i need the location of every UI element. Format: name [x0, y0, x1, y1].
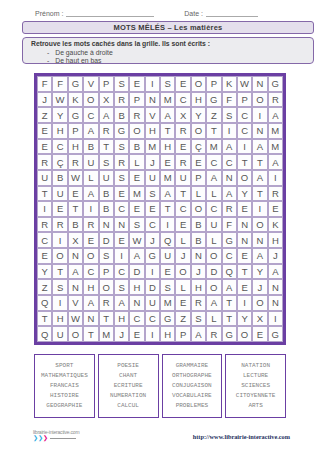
grid-cell: N: [237, 217, 252, 233]
grid-cell: O: [191, 201, 206, 217]
grid-cell: A: [222, 139, 237, 155]
word-list-box: NATATIONLECTURESCIENCESCITOYENNETEARTS: [225, 354, 286, 418]
grid-cell: N: [268, 279, 283, 295]
grid-cell: U: [160, 248, 175, 264]
grid-cell: B: [83, 139, 98, 155]
grid-cell: J: [37, 92, 52, 108]
grid-cell: I: [252, 107, 267, 123]
grid-cell: R: [222, 201, 237, 217]
grid-cell: O: [191, 76, 206, 92]
grid-cell: R: [83, 217, 98, 233]
grid-cell: R: [37, 154, 52, 170]
grid-cell: Y: [52, 107, 67, 123]
grid-cell: E: [37, 123, 52, 139]
grid-cell: C: [206, 154, 221, 170]
grid-cell: H: [160, 139, 175, 155]
grid-cell: C: [222, 248, 237, 264]
grid-cell: R: [68, 154, 83, 170]
grid-cell: Z: [37, 107, 52, 123]
grid-cell: Y: [252, 264, 267, 280]
grid-cell: U: [83, 154, 98, 170]
grid-cell: N: [83, 311, 98, 327]
grid-cell: E: [160, 264, 175, 280]
word-list-box: POESIECHANTECRITURENUMERATIONCALCUL: [98, 354, 159, 418]
grid-cell: P: [237, 92, 252, 108]
grid-cell: N: [145, 92, 160, 108]
grid-cell: H: [191, 279, 206, 295]
grid-cell: J: [145, 154, 160, 170]
grid-cell: T: [252, 186, 267, 202]
grid-cell: N: [129, 295, 144, 311]
grid-cell: X: [252, 311, 267, 327]
grid-cell: V: [145, 107, 160, 123]
grid-cell: Q: [37, 326, 52, 342]
grid-cell: O: [129, 123, 144, 139]
grid-cell: P: [99, 76, 114, 92]
grid-cell: J: [114, 326, 129, 342]
grid-cell: S: [145, 186, 160, 202]
word-list-box: GRAMMAIREORTHOGRAPHECONJUGAISONVOCABULAI…: [162, 354, 223, 418]
grid-cell: S: [114, 139, 129, 155]
grid-cell: C: [222, 154, 237, 170]
grid-cell: O: [68, 326, 83, 342]
grid-cell: L: [206, 186, 221, 202]
grid-cell: N: [237, 232, 252, 248]
grid-cell: I: [252, 201, 267, 217]
grid-cell: O: [206, 279, 221, 295]
word-list-box: SPORTMATHEMATIQUESFRANCAISHISTOIREGEOGRA…: [34, 354, 95, 418]
grid-cell: A: [160, 107, 175, 123]
grid-cell: H: [83, 279, 98, 295]
grid-cell: T: [252, 154, 267, 170]
grid-cell: I: [52, 232, 67, 248]
word-list-item: NATATION: [241, 361, 270, 371]
grid-cell: C: [129, 311, 144, 327]
grid-cell: T: [99, 139, 114, 155]
grid-cell: A: [268, 107, 283, 123]
grid-cell: E: [83, 232, 98, 248]
grid-cell: E: [237, 279, 252, 295]
grid-cell: X: [175, 107, 190, 123]
grid-cell: S: [222, 107, 237, 123]
grid-cell: C: [114, 264, 129, 280]
grid-cell: D: [206, 264, 221, 280]
grid-cell: M: [145, 139, 160, 155]
grid-cell: D: [129, 264, 144, 280]
grid-cell: I: [160, 217, 175, 233]
grid-cell: Q: [222, 264, 237, 280]
grid-cell: D: [145, 279, 160, 295]
worksheet-page: Prénom : Date : MOTS MÊLÉS – Les matière…: [0, 0, 320, 453]
grid-cell: H: [52, 311, 67, 327]
grid-cell: R: [52, 217, 67, 233]
grid-cell: S: [114, 279, 129, 295]
word-list-item: POESIE: [117, 361, 139, 371]
grid-cell: G: [68, 76, 83, 92]
grid-cell: S: [191, 311, 206, 327]
grid-cell: N: [222, 170, 237, 186]
header-row: Prénom : Date :: [35, 9, 310, 17]
grid-cell: R: [191, 295, 206, 311]
grid-cell: A: [268, 264, 283, 280]
grid-cell: O: [237, 326, 252, 342]
grid-cell: I: [145, 264, 160, 280]
grid-cell: G: [114, 123, 129, 139]
grid-cell: X: [68, 232, 83, 248]
grid-cell: G: [160, 311, 175, 327]
grid-cell: S: [99, 154, 114, 170]
grid-cell: U: [52, 326, 67, 342]
grid-cell: B: [99, 201, 114, 217]
grid-cell: E: [191, 154, 206, 170]
grid-cell: T: [206, 123, 221, 139]
grid-cell: I: [237, 139, 252, 155]
grid-cell: I: [237, 295, 252, 311]
grid-cell: J: [268, 248, 283, 264]
grid-cell: Z: [175, 311, 190, 327]
word-list-item: GEOGRAPHIE: [46, 401, 82, 411]
grid-cell: N: [252, 76, 267, 92]
grid-cell: A: [160, 186, 175, 202]
grid-cell: H: [191, 92, 206, 108]
prenom-label: Prénom :: [35, 10, 63, 17]
grid-cell: N: [252, 123, 267, 139]
grid-cell: M: [268, 123, 283, 139]
grid-cell: L: [206, 232, 221, 248]
grid-cell: N: [191, 248, 206, 264]
grid-cell: P: [191, 170, 206, 186]
grid-cell: E: [52, 201, 67, 217]
grid-cell: I: [268, 170, 283, 186]
grid-cell: U: [206, 217, 221, 233]
grid-cell: C: [52, 139, 67, 155]
grid-cell: L: [206, 311, 221, 327]
grid-cell: C: [237, 123, 252, 139]
grid-cell: B: [99, 186, 114, 202]
grid-cell: R: [175, 123, 190, 139]
grid-cell: U: [145, 170, 160, 186]
grid-cell: S: [99, 248, 114, 264]
grid-cell: C: [145, 217, 160, 233]
page-title: MOTS MÊLÉS – Les matières: [114, 23, 223, 32]
grid-cell: C: [175, 92, 190, 108]
grid-cell: H: [145, 123, 160, 139]
instructions-box: Retrouve les mots cachés dans la grille.…: [22, 37, 314, 64]
grid-cell: V: [83, 76, 98, 92]
grid-cell: O: [237, 170, 252, 186]
grid-cell: E: [175, 217, 190, 233]
grid-cell: Y: [237, 311, 252, 327]
grid-cell: K: [222, 76, 237, 92]
grid-cell: R: [99, 295, 114, 311]
grid-cell: O: [83, 92, 98, 108]
grid-cell: R: [268, 186, 283, 202]
word-list-item: NUMERATION: [110, 391, 146, 401]
grid-cell: P: [129, 92, 144, 108]
grid-cell: O: [206, 248, 221, 264]
footer-url: http://www.librairie-interactive.com: [193, 433, 290, 440]
grid-cell: W: [237, 76, 252, 92]
grid-cell: U: [99, 170, 114, 186]
grid-cell: T: [83, 326, 98, 342]
grid-cell: R: [206, 326, 221, 342]
grid-cell: N: [68, 248, 83, 264]
grid-cell: E: [237, 248, 252, 264]
grid-cell: J: [145, 232, 160, 248]
grid-cell: J: [175, 248, 190, 264]
grid-cell: T: [160, 123, 175, 139]
word-list-item: GRAMMAIRE: [176, 361, 208, 371]
letter-grid: FFGVPSEISEOPKWNGJWKOXRPNMCHGFPORZYGCABRV…: [34, 73, 286, 345]
grid-cell: O: [175, 264, 190, 280]
grid-cell: E: [175, 295, 190, 311]
grid-cell: M: [268, 139, 283, 155]
grid-cell: P: [206, 76, 221, 92]
grid-cell: A: [268, 154, 283, 170]
grid-cell: W: [129, 232, 144, 248]
grid-cell: S: [160, 279, 175, 295]
grid-cell: I: [83, 201, 98, 217]
grid-cell: R: [37, 217, 52, 233]
grid-cell: G: [268, 326, 283, 342]
grid-cell: T: [237, 264, 252, 280]
grid-cell: A: [191, 326, 206, 342]
grid-cell: U: [52, 186, 67, 202]
word-list-item: CONJUGAISON: [172, 381, 212, 391]
grid-cell: L: [83, 170, 98, 186]
grid-cell: R: [114, 92, 129, 108]
grid-cell: B: [114, 107, 129, 123]
grid-cell: G: [268, 76, 283, 92]
grid-cell: T: [99, 311, 114, 327]
grid-cell: E: [252, 326, 267, 342]
grid-cell: T: [222, 295, 237, 311]
grid-cell: N: [252, 232, 267, 248]
grid-cell: F: [222, 217, 237, 233]
grid-cell: B: [129, 139, 144, 155]
grid-cell: O: [252, 295, 267, 311]
grid-cell: W: [52, 92, 67, 108]
grid-cell: A: [129, 248, 144, 264]
grid-cell: T: [237, 154, 252, 170]
grid-cell: R: [129, 107, 144, 123]
grid-cell: I: [145, 326, 160, 342]
grid-cell: R: [99, 123, 114, 139]
word-list-item: LECTURE: [243, 371, 268, 381]
grid-cell: I: [52, 295, 67, 311]
grid-cell: P: [99, 264, 114, 280]
word-list-item: SCIENCES: [241, 381, 270, 391]
prenom-blank-line: [66, 9, 154, 17]
grid-cell: B: [52, 170, 67, 186]
grid-cell: N: [114, 217, 129, 233]
word-list-item: MATHEMATIQUES: [41, 371, 88, 381]
site-logo: librairie-interactive.com ❯❯❯: [33, 429, 79, 441]
grid-cell: Y: [237, 186, 252, 202]
grid-cell: E: [114, 232, 129, 248]
word-list-item: FRANCAIS: [50, 381, 79, 391]
grid-cell: G: [68, 107, 83, 123]
grid-cell: R: [114, 154, 129, 170]
instruction-item: De haut en bas: [47, 57, 305, 65]
grid-cell: N: [68, 279, 83, 295]
grid-cell: T: [160, 201, 175, 217]
grid-cell: S: [114, 76, 129, 92]
grid-cell: I: [268, 311, 283, 327]
grid-cell: Y: [191, 107, 206, 123]
grid-cell: C: [175, 201, 190, 217]
grid-cell: E: [37, 139, 52, 155]
grid-cell: E: [145, 201, 160, 217]
grid-cell: B: [191, 232, 206, 248]
word-list-item: ORTHOGRAPHE: [172, 371, 212, 381]
grid-cell: C: [83, 264, 98, 280]
grid-cell: T: [68, 201, 83, 217]
grid-cell: H: [268, 232, 283, 248]
grid-cell: E: [129, 170, 144, 186]
grid-cell: V: [68, 295, 83, 311]
grid-cell: A: [252, 139, 267, 155]
grid-cell: O: [99, 279, 114, 295]
logo-arrows-icon: ❯❯❯: [33, 435, 79, 441]
grid-cell: C: [206, 201, 221, 217]
grid-cell: H: [160, 326, 175, 342]
grid-cell: W: [68, 311, 83, 327]
grid-cell: O: [83, 248, 98, 264]
grid-cell: P: [175, 326, 190, 342]
word-list-item: CALCUL: [117, 401, 139, 411]
grid-cell: E: [129, 201, 144, 217]
date-blank-line: [206, 9, 258, 17]
word-list-item: SPORT: [55, 361, 73, 371]
grid-cell: B: [191, 217, 206, 233]
grid-cell: E: [37, 248, 52, 264]
grid-cell: P: [68, 123, 83, 139]
grid-cell: M: [99, 326, 114, 342]
instructions-heading: Retrouve les mots cachés dans la grille.…: [31, 40, 305, 49]
word-list-item: HISTOIRE: [50, 391, 79, 401]
grid-cell: O: [52, 248, 67, 264]
word-lists: SPORTMATHEMATIQUESFRANCAISHISTOIREGEOGRA…: [34, 354, 286, 418]
word-list-item: CITOYENNETE: [236, 391, 276, 401]
grid-cell: W: [68, 170, 83, 186]
grid-cell: S: [52, 279, 67, 295]
grid-cell: F: [52, 76, 67, 92]
grid-cell: O: [252, 92, 267, 108]
grid-cell: Ç: [191, 139, 206, 155]
date-label: Date :: [184, 10, 203, 17]
grid-cell: E: [237, 201, 252, 217]
grid-cell: C: [83, 107, 98, 123]
grid-cell: Y: [37, 264, 52, 280]
grid-cell: C: [37, 232, 52, 248]
grid-cell: L: [175, 232, 190, 248]
grid-cell: T: [37, 186, 52, 202]
grid-cell: E: [175, 139, 190, 155]
grid-cell: Q: [37, 295, 52, 311]
date-group: Date :: [184, 9, 258, 17]
grid-cell: S: [129, 217, 144, 233]
grid-cell: F: [37, 76, 52, 92]
grid-cell: K: [68, 92, 83, 108]
grid-cell: J: [191, 264, 206, 280]
grid-cell: A: [252, 248, 267, 264]
grid-cell: E: [160, 154, 175, 170]
grid-cell: D: [99, 232, 114, 248]
grid-cell: A: [83, 295, 98, 311]
grid-cell: Ç: [52, 154, 67, 170]
grid-cell: G: [206, 92, 221, 108]
grid-cell: C: [114, 201, 129, 217]
grid-cell: A: [222, 186, 237, 202]
grid-cell: T: [52, 264, 67, 280]
grid-cell: A: [99, 107, 114, 123]
grid-cell: S: [114, 170, 129, 186]
grid-cell: E: [129, 326, 144, 342]
grid-cell: A: [206, 170, 221, 186]
grid-cell: E: [129, 76, 144, 92]
grid-cell: Q: [160, 232, 175, 248]
grid-cell: S: [160, 76, 175, 92]
grid-cell: G: [222, 326, 237, 342]
word-list-item: ARTS: [248, 401, 262, 411]
grid-cell: T: [175, 186, 190, 202]
grid-cell: I: [222, 123, 237, 139]
grid-cell: R: [175, 154, 190, 170]
grid-cell: L: [175, 279, 190, 295]
grid-cell: N: [99, 217, 114, 233]
grid-cell: H: [129, 279, 144, 295]
grid-cell: H: [114, 311, 129, 327]
grid-cell: I: [37, 201, 52, 217]
grid-cell: T: [222, 311, 237, 327]
grid-cell: J: [252, 279, 267, 295]
grid-cell: A: [83, 186, 98, 202]
grid-cell: I: [114, 248, 129, 264]
grid-cell: I: [145, 76, 160, 92]
grid-cell: A: [83, 123, 98, 139]
grid-cell: U: [37, 170, 52, 186]
grid-cell: G: [145, 248, 160, 264]
grid-cell: Z: [206, 107, 221, 123]
grid-cell: C: [237, 107, 252, 123]
grid-cell: Z: [37, 279, 52, 295]
grid-cell: A: [252, 170, 267, 186]
word-list-item: ECRITURE: [114, 381, 143, 391]
grid-cell: M: [160, 295, 175, 311]
grid-cell: R: [268, 92, 283, 108]
footer: librairie-interactive.com ❯❯❯ http://www…: [33, 429, 290, 449]
grid-cell: K: [268, 217, 283, 233]
instruction-item: De gauche à droite: [47, 49, 305, 57]
grid-cell: M: [129, 186, 144, 202]
grid-cell: O: [252, 217, 267, 233]
grid-cell: E: [68, 186, 83, 202]
grid-cell: A: [206, 295, 221, 311]
grid-cell: F: [222, 92, 237, 108]
grid-cell: H: [52, 123, 67, 139]
grid-cell: H: [68, 139, 83, 155]
grid-cell: L: [129, 154, 144, 170]
word-list-item: VOCABULAIRE: [172, 391, 212, 401]
grid-cell: M: [160, 92, 175, 108]
title-bar: MOTS MÊLÉS – Les matières: [22, 21, 314, 34]
grid-cell: E: [114, 186, 129, 202]
grid-cell: A: [114, 295, 129, 311]
grid-cell: B: [68, 217, 83, 233]
grid-cell: X: [99, 92, 114, 108]
grid-cell: M: [160, 170, 175, 186]
